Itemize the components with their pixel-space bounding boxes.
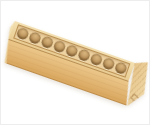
wood-stamp-mark — [130, 93, 139, 102]
pit-1[interactable] — [16, 27, 30, 41]
pit-2[interactable] — [28, 31, 42, 45]
pit-9[interactable] — [114, 61, 128, 75]
pit-8[interactable] — [102, 57, 116, 71]
wooden-board — [1, 21, 135, 104]
pit-4[interactable] — [53, 40, 67, 54]
pit-3[interactable] — [40, 35, 54, 49]
pit-5[interactable] — [65, 44, 79, 58]
board-photo — [0, 0, 150, 125]
pit-7[interactable] — [89, 53, 103, 67]
pit-6[interactable] — [77, 48, 91, 62]
